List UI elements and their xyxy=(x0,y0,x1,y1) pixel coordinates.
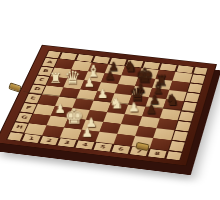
square-h8[interactable] xyxy=(150,138,171,150)
white-pawn-h4[interactable]: ♟ xyxy=(78,127,96,140)
black-pawn-e7[interactable]: ♟ xyxy=(142,104,160,116)
border-tile xyxy=(165,151,183,161)
white-rook-c1[interactable]: ♜ xyxy=(47,71,64,85)
white-knight-e5[interactable]: ♞ xyxy=(107,96,125,111)
square-h6[interactable] xyxy=(114,134,136,146)
white-king-g3[interactable]: ♚ xyxy=(64,106,82,127)
white-queen-c2[interactable]: ♛ xyxy=(64,69,81,87)
chess-set-photo: A♟♞B♝♟♚♜C♜♛♟♟♝D♟♛♟♞E♞♟♟F♟G♚♟H♟12345678 xyxy=(0,0,220,200)
board-grid: A♟♞B♝♟♚♜C♜♛♟♟♝D♟♛♟♞E♞♟♟F♟G♚♟H♟12345678 xyxy=(7,50,207,159)
white-pawn-e6[interactable]: ♟ xyxy=(125,102,143,114)
black-pawn-b4[interactable]: ♟ xyxy=(101,70,118,82)
black-knight-d8[interactable]: ♞ xyxy=(163,93,181,108)
